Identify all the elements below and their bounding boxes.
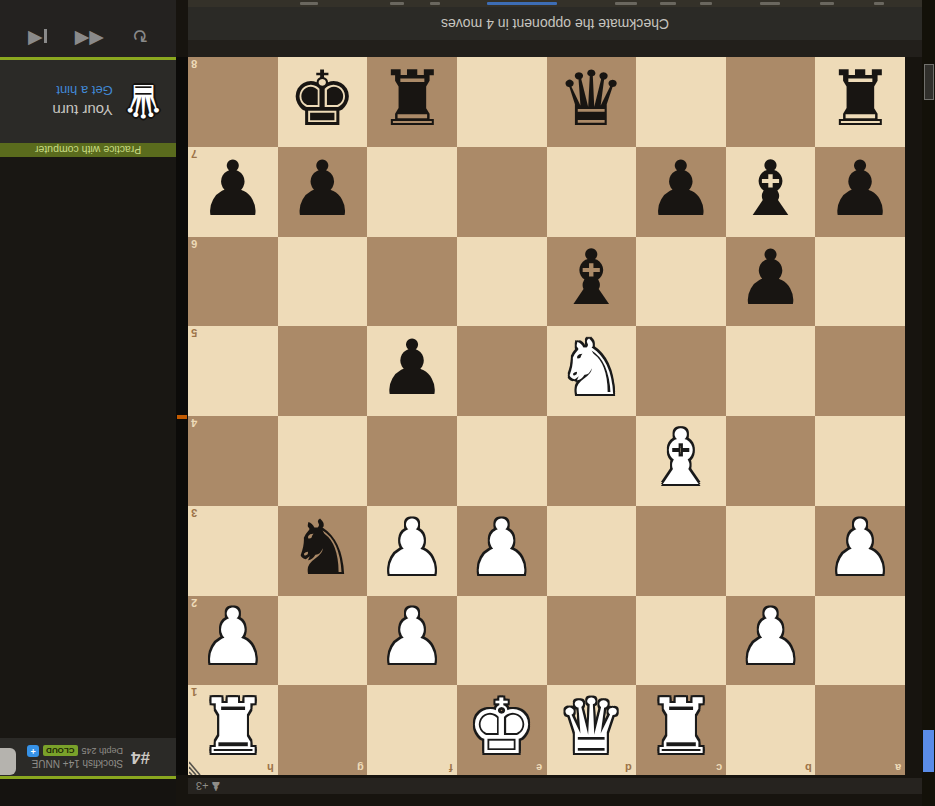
square-f3[interactable]: ♟ bbox=[367, 506, 457, 596]
square-g3[interactable]: ♞ bbox=[278, 506, 368, 596]
square-e3[interactable]: ♟ bbox=[457, 506, 547, 596]
square-g8[interactable]: ♚ bbox=[278, 57, 368, 147]
piece-bb[interactable]: ♝ bbox=[557, 240, 625, 322]
move-controls: ▶ ▶▶ ↻ bbox=[0, 0, 176, 57]
piece-wp[interactable]: ♟ bbox=[199, 599, 267, 681]
rank-label-7: 7 bbox=[191, 148, 197, 160]
file-label-e: e bbox=[536, 762, 542, 774]
board-resize-handle[interactable] bbox=[189, 760, 204, 775]
nav-fragment bbox=[615, 2, 637, 5]
eval-gauge bbox=[176, 57, 188, 775]
square-d4[interactable] bbox=[547, 416, 637, 506]
piece-bp[interactable]: ♟ bbox=[378, 330, 446, 412]
chess-board[interactable]: 8♚♜♛♜7♟♟♟♝♟6♝♟5♟♞4♝3♞♟♟♟2♟♟♟1h♜gfe♚d♛c♜b… bbox=[188, 57, 905, 775]
rank-label-4: 4 bbox=[191, 417, 197, 429]
material-advantage: ♟ +3 bbox=[196, 779, 221, 793]
piece-bp[interactable]: ♟ bbox=[288, 151, 356, 233]
scrollbar-top-box[interactable] bbox=[924, 64, 934, 100]
pawn-icon: ♟ bbox=[211, 779, 222, 793]
white-queen-icon: ♛ bbox=[123, 79, 164, 125]
piece-br[interactable]: ♜ bbox=[378, 61, 446, 143]
sidebar: ▶ ▶▶ ↻ ♛ Your turn Get a hint Practice w… bbox=[0, 0, 176, 806]
square-c8[interactable] bbox=[636, 57, 726, 147]
accent-line-bottom bbox=[0, 776, 176, 779]
rank-label-2: 2 bbox=[191, 597, 197, 609]
rank-label-1: 1 bbox=[191, 686, 197, 698]
turn-panel: ♛ Your turn Get a hint bbox=[0, 60, 176, 143]
square-b6[interactable]: ♟ bbox=[726, 237, 816, 327]
practice-banner-label: Practice with computer bbox=[35, 144, 141, 156]
square-a2[interactable] bbox=[815, 596, 905, 686]
square-a4[interactable] bbox=[815, 416, 905, 506]
square-e2[interactable] bbox=[457, 596, 547, 686]
square-c4[interactable]: ♝ bbox=[636, 416, 726, 506]
square-a5[interactable] bbox=[815, 326, 905, 416]
turn-status: Your turn bbox=[52, 103, 112, 120]
piece-bp[interactable]: ♟ bbox=[826, 151, 894, 233]
rank-label-3: 3 bbox=[191, 507, 197, 519]
piece-bk[interactable]: ♚ bbox=[288, 61, 356, 143]
square-h7[interactable]: 7♟ bbox=[188, 147, 278, 237]
square-d5[interactable]: ♞ bbox=[547, 326, 637, 416]
square-d6[interactable]: ♝ bbox=[547, 237, 637, 327]
square-f1[interactable]: f bbox=[367, 685, 457, 775]
square-d1[interactable]: d♛ bbox=[547, 685, 637, 775]
scrollbar-thumb[interactable] bbox=[923, 730, 934, 772]
nav-fragment bbox=[700, 2, 712, 5]
square-a8[interactable]: ♜ bbox=[815, 57, 905, 147]
piece-bn[interactable]: ♞ bbox=[288, 510, 356, 592]
piece-wk[interactable]: ♚ bbox=[468, 689, 536, 771]
rank-label-8: 8 bbox=[191, 58, 197, 70]
file-label-g: g bbox=[357, 762, 364, 774]
square-g2[interactable] bbox=[278, 596, 368, 686]
top-nav-fragments bbox=[188, 0, 935, 7]
engine-panel: #4 Stockfish 14+ NNUE Depth 245 CLOUD + bbox=[0, 738, 176, 776]
square-c6[interactable] bbox=[636, 237, 726, 327]
file-label-a: a bbox=[895, 762, 901, 774]
square-b8[interactable] bbox=[726, 57, 816, 147]
square-f6[interactable] bbox=[367, 237, 457, 327]
skip-next-icon[interactable]: ▶ bbox=[28, 25, 47, 47]
nav-fragment bbox=[390, 2, 404, 5]
material-bar: ♟ +3 bbox=[188, 778, 935, 794]
piece-wr[interactable]: ♜ bbox=[199, 689, 267, 771]
nav-fragment bbox=[820, 2, 834, 5]
nav-link-fragment[interactable] bbox=[487, 2, 557, 5]
nav-fragment bbox=[300, 2, 318, 5]
piece-bp[interactable]: ♟ bbox=[647, 151, 715, 233]
square-d3[interactable] bbox=[547, 506, 637, 596]
square-f7[interactable] bbox=[367, 147, 457, 237]
square-b7[interactable]: ♝ bbox=[726, 147, 816, 237]
square-f8[interactable]: ♜ bbox=[367, 57, 457, 147]
square-b2[interactable]: ♟ bbox=[726, 596, 816, 686]
piece-wp[interactable]: ♟ bbox=[736, 599, 804, 681]
square-c3[interactable] bbox=[636, 506, 726, 596]
square-d2[interactable] bbox=[547, 596, 637, 686]
nav-fragment bbox=[430, 2, 440, 5]
square-b3[interactable] bbox=[726, 506, 816, 596]
square-h8[interactable]: 8 bbox=[188, 57, 278, 147]
scrollbar-track[interactable] bbox=[922, 0, 935, 806]
square-e6[interactable] bbox=[457, 237, 547, 327]
square-d8[interactable]: ♛ bbox=[547, 57, 637, 147]
file-label-b: b bbox=[805, 762, 812, 774]
rank-label-5: 5 bbox=[191, 327, 197, 339]
piece-bp[interactable]: ♟ bbox=[736, 240, 804, 322]
file-label-h: h bbox=[267, 762, 274, 774]
material-advantage-value: +3 bbox=[196, 780, 209, 792]
square-f2[interactable]: ♟ bbox=[367, 596, 457, 686]
lichess-practice-page: Checkmate the opponent in 4 moves ▶ ▶▶ ↻… bbox=[0, 0, 935, 806]
square-d7[interactable] bbox=[547, 147, 637, 237]
engine-eval: #4 bbox=[131, 747, 150, 767]
piece-wr[interactable]: ♜ bbox=[647, 689, 715, 771]
piece-bq[interactable]: ♛ bbox=[557, 61, 625, 143]
piece-br[interactable]: ♜ bbox=[826, 61, 894, 143]
cloud-badge: CLOUD bbox=[43, 746, 77, 757]
square-a6[interactable] bbox=[815, 237, 905, 327]
square-h6[interactable]: 6 bbox=[188, 237, 278, 327]
square-e4[interactable] bbox=[457, 416, 547, 506]
file-label-d: d bbox=[625, 762, 632, 774]
square-c2[interactable] bbox=[636, 596, 726, 686]
square-g1[interactable]: g bbox=[278, 685, 368, 775]
piece-wp[interactable]: ♟ bbox=[468, 510, 536, 592]
piece-wp[interactable]: ♟ bbox=[826, 510, 894, 592]
square-b4[interactable] bbox=[726, 416, 816, 506]
piece-wp[interactable]: ♟ bbox=[378, 599, 446, 681]
square-h4[interactable]: 4 bbox=[188, 416, 278, 506]
rank-label-6: 6 bbox=[191, 238, 197, 250]
piece-bp[interactable]: ♟ bbox=[199, 151, 267, 233]
square-e8[interactable] bbox=[457, 57, 547, 147]
square-c5[interactable] bbox=[636, 326, 726, 416]
square-f5[interactable]: ♟ bbox=[367, 326, 457, 416]
piece-wn[interactable]: ♞ bbox=[557, 330, 625, 412]
puzzle-title-bar: Checkmate the opponent in 4 moves bbox=[188, 7, 922, 40]
square-g4[interactable] bbox=[278, 416, 368, 506]
practice-banner[interactable]: Practice with computer bbox=[0, 143, 176, 157]
engine-depth: Depth 245 bbox=[82, 746, 124, 756]
square-g6[interactable] bbox=[278, 237, 368, 327]
square-e5[interactable] bbox=[457, 326, 547, 416]
nav-fragment bbox=[760, 2, 780, 5]
square-g5[interactable] bbox=[278, 326, 368, 416]
square-c7[interactable]: ♟ bbox=[636, 147, 726, 237]
piece-bb[interactable]: ♝ bbox=[736, 151, 804, 233]
square-a1[interactable]: a bbox=[815, 685, 905, 775]
nav-fragment bbox=[874, 2, 884, 5]
piece-wq[interactable]: ♛ bbox=[557, 689, 625, 771]
engine-name: Stockfish 14+ NNUE bbox=[27, 758, 123, 769]
piece-wp[interactable]: ♟ bbox=[378, 510, 446, 592]
square-f4[interactable] bbox=[367, 416, 457, 506]
nav-fragment bbox=[660, 2, 676, 5]
redo-icon[interactable]: ↻ bbox=[132, 25, 148, 47]
plus-badge[interactable]: + bbox=[27, 745, 39, 757]
get-hint-link[interactable]: Get a hint bbox=[52, 84, 112, 99]
square-c1[interactable]: c♜ bbox=[636, 685, 726, 775]
sidebar-body bbox=[0, 157, 176, 738]
square-b1[interactable]: b bbox=[726, 685, 816, 775]
square-b5[interactable] bbox=[726, 326, 816, 416]
fast-forward-icon[interactable]: ▶▶ bbox=[75, 25, 104, 47]
gauge-zero-tick bbox=[177, 415, 187, 419]
engine-toggle[interactable] bbox=[0, 748, 16, 775]
square-g7[interactable]: ♟ bbox=[278, 147, 368, 237]
file-label-c: c bbox=[716, 762, 722, 774]
square-e7[interactable] bbox=[457, 147, 547, 237]
square-a7[interactable]: ♟ bbox=[815, 147, 905, 237]
square-e1[interactable]: e♚ bbox=[457, 685, 547, 775]
piece-wb[interactable]: ♝ bbox=[647, 420, 715, 502]
square-h3[interactable]: 3 bbox=[188, 506, 278, 596]
file-label-f: f bbox=[449, 762, 453, 774]
square-h5[interactable]: 5 bbox=[188, 326, 278, 416]
puzzle-title: Checkmate the opponent in 4 moves bbox=[441, 16, 669, 32]
square-h2[interactable]: 2♟ bbox=[188, 596, 278, 686]
square-a3[interactable]: ♟ bbox=[815, 506, 905, 596]
